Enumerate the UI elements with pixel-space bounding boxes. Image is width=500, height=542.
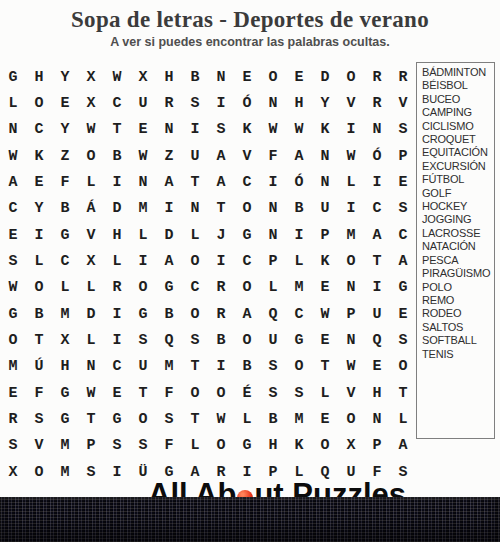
grid-cell[interactable]: L [78,169,104,195]
grid-cell[interactable]: N [312,169,338,195]
grid-cell[interactable]: T [130,380,156,406]
grid-cell[interactable]: O [130,406,156,432]
grid-cell[interactable]: W [260,117,286,143]
grid-cell[interactable]: N [364,406,390,432]
grid-cell[interactable]: A [156,248,182,274]
word-list-item: HOCKEY [422,200,494,213]
word-list-item: CROQUET [422,133,494,146]
grid-cell[interactable]: L [78,327,104,353]
grid-cell[interactable]: C [390,222,416,248]
grid-cell[interactable]: C [52,248,78,274]
word-list-item: NATACIÓN [422,240,494,253]
grid-cell[interactable]: S [390,196,416,222]
grid-cell[interactable]: H [104,222,130,248]
grid-cell[interactable]: Ó [234,90,260,116]
word-list-item: PESCA [422,254,494,267]
grid-cell[interactable]: L [52,275,78,301]
grid-cell[interactable]: K [286,433,312,459]
grid-cell[interactable]: E [390,169,416,195]
grid-cell[interactable]: A [156,169,182,195]
grid-cell[interactable]: R [0,406,26,432]
grid-cell[interactable]: G [286,327,312,353]
grid-cell[interactable]: Y [52,64,78,90]
grid-cell[interactable]: I [104,169,130,195]
grid-cell[interactable]: S [130,327,156,353]
grid-cell[interactable]: E [52,90,78,116]
grid-cell[interactable]: S [130,433,156,459]
grid-cell[interactable]: U [260,327,286,353]
grid-cell[interactable]: Z [52,143,78,169]
grid-cell[interactable]: B [234,354,260,380]
puzzle-page: Sopa de letras - Deportes de verano A ve… [0,0,500,542]
grid-cell[interactable]: N [260,222,286,248]
grid-cell[interactable]: O [26,459,52,485]
grid-cell[interactable]: O [182,248,208,274]
grid-cell[interactable]: D [104,196,130,222]
grid-cell[interactable]: A [234,301,260,327]
grid-cell[interactable]: M [286,406,312,432]
grid-cell[interactable]: B [26,301,52,327]
grid-cell[interactable]: E [312,406,338,432]
grid-cell[interactable]: A [286,143,312,169]
grid-cell[interactable]: R [208,275,234,301]
grid-cell[interactable]: S [390,327,416,353]
grid-cell[interactable]: L [26,248,52,274]
grid-cell[interactable]: W [104,64,130,90]
grid-cell[interactable]: N [338,275,364,301]
word-list-item: SOFTBALL [422,334,494,347]
grid-cell[interactable]: X [338,433,364,459]
grid-cell[interactable]: N [208,64,234,90]
grid-cell[interactable]: U [364,301,390,327]
grid-cell[interactable]: W [130,143,156,169]
grid-cell[interactable]: O [338,406,364,432]
grid-cell[interactable]: H [26,64,52,90]
grid-cell[interactable]: P [312,222,338,248]
grid-cell[interactable]: M [338,222,364,248]
grid-cell[interactable]: T [182,406,208,432]
grid-cell[interactable]: W [0,143,26,169]
grid-cell[interactable]: E [130,117,156,143]
grid-cell[interactable]: W [78,117,104,143]
grid-cell[interactable]: V [390,90,416,116]
grid-cell[interactable]: M [0,354,26,380]
grid-cell[interactable]: W [0,275,26,301]
word-list-item: TENIS [422,348,494,361]
grid-cell[interactable]: I [364,275,390,301]
grid-cell[interactable]: W [338,143,364,169]
grid-cell[interactable]: P [260,248,286,274]
grid-cell[interactable]: B [208,327,234,353]
grid-cell[interactable]: Ó [364,143,390,169]
grid-cell[interactable]: X [0,459,26,485]
word-list-item: REMO [422,294,494,307]
grid-cell[interactable]: O [182,380,208,406]
grid-cell[interactable]: F [260,143,286,169]
grid-cell[interactable]: W [208,406,234,432]
grid-cell[interactable]: G [0,301,26,327]
grid-cell[interactable]: S [260,380,286,406]
grid-cell[interactable]: Y [26,196,52,222]
grid-cell[interactable]: N [182,196,208,222]
grid-cell[interactable]: C [182,275,208,301]
grid-cell[interactable]: V [338,90,364,116]
word-list-item: GOLF [422,187,494,200]
grid-cell[interactable]: C [234,248,260,274]
grid-cell[interactable]: E [0,222,26,248]
grid-cell[interactable]: T [364,248,390,274]
grid-cell[interactable]: I [208,248,234,274]
grid-cell[interactable]: A [364,222,390,248]
grid-cell[interactable]: G [390,275,416,301]
grid-cell[interactable]: S [0,433,26,459]
grid-cell[interactable]: A [208,169,234,195]
grid-cell[interactable]: R [364,90,390,116]
grid-cell[interactable]: I [26,222,52,248]
grid-cell[interactable]: L [312,380,338,406]
word-list-item: BÉISBOL [422,79,494,92]
grid-cell[interactable]: W [78,380,104,406]
grid-cell[interactable]: I [104,301,130,327]
grid-cell[interactable]: Y [312,90,338,116]
grid-cell[interactable]: N [338,327,364,353]
grid-cell[interactable]: P [364,433,390,459]
word-list-item: BÁDMINTON [422,66,494,79]
letter-grid: GHYXWXHBNEOEDORRLOEXCURSIÓNHYVRVNCYWTENI… [0,64,416,486]
grid-cell[interactable]: M [52,433,78,459]
grid-cell[interactable]: Ú [26,354,52,380]
grid-cell[interactable]: F [156,380,182,406]
grid-cell[interactable]: E [312,327,338,353]
grid-cell[interactable]: X [78,248,104,274]
grid-cell[interactable]: I [104,459,130,485]
grid-cell[interactable]: D [78,301,104,327]
grid-cell[interactable]: F [156,433,182,459]
grid-cell[interactable]: T [208,196,234,222]
grid-cell[interactable]: S [260,354,286,380]
grid-cell[interactable]: I [286,222,312,248]
grid-cell[interactable]: G [0,64,26,90]
grid-cell[interactable]: T [104,117,130,143]
grid-cell[interactable]: W [338,354,364,380]
grid-cell[interactable]: L [260,275,286,301]
grid-cell[interactable]: J [208,222,234,248]
grid-cell[interactable]: O [286,354,312,380]
grid-cell[interactable]: B [52,196,78,222]
grid-cell[interactable]: L [130,222,156,248]
grid-cell[interactable]: I [182,117,208,143]
grid-cell[interactable]: O [130,275,156,301]
grid-cell[interactable]: I [338,117,364,143]
grid-cell[interactable]: N [312,143,338,169]
grid-cell[interactable]: L [0,90,26,116]
grid-cell[interactable]: E [286,64,312,90]
grid-cell[interactable]: T [182,169,208,195]
grid-cell[interactable]: S [182,327,208,353]
grid-cell[interactable]: B [260,406,286,432]
grid-cell[interactable]: D [312,64,338,90]
grid-cell[interactable]: X [78,90,104,116]
grid-cell[interactable]: M [52,301,78,327]
word-list-item: LACROSSE [422,227,494,240]
grid-cell[interactable]: O [0,327,26,353]
grid-cell[interactable]: L [390,406,416,432]
grid-cell[interactable]: T [26,327,52,353]
grid-cell[interactable]: I [364,169,390,195]
grid-cell[interactable]: I [208,90,234,116]
grid-cell[interactable]: N [364,117,390,143]
grid-cell[interactable]: T [182,354,208,380]
grid-cell[interactable]: K [26,143,52,169]
grid-cell[interactable]: T [78,406,104,432]
grid-cell[interactable]: C [0,196,26,222]
grid-cell[interactable]: U [312,196,338,222]
grid-cell[interactable]: H [364,380,390,406]
grid-cell[interactable]: G [52,222,78,248]
grid-cell[interactable]: A [0,169,26,195]
grid-cell[interactable]: N [0,117,26,143]
grid-cell[interactable]: L [286,248,312,274]
grid-cell[interactable]: G [234,433,260,459]
word-list-item: SALTOS [422,321,494,334]
grid-cell[interactable]: L [78,275,104,301]
grid-cell[interactable]: E [312,275,338,301]
grid-cell[interactable]: R [208,301,234,327]
grid-cell[interactable]: R [364,64,390,90]
grid-cell[interactable]: A [390,433,416,459]
grid-cell[interactable]: H [52,354,78,380]
word-list-item: EQUITACIÓN [422,146,494,159]
grid-cell[interactable]: O [208,380,234,406]
grid-cell[interactable]: B [156,301,182,327]
grid-cell[interactable]: P [390,143,416,169]
word-list: BÁDMINTONBÉISBOLBUCEOCAMPINGCICLISMOCROQ… [416,62,495,439]
grid-cell[interactable]: O [338,64,364,90]
grid-cell[interactable]: U [130,354,156,380]
grid-cell[interactable]: O [182,301,208,327]
grid-cell[interactable]: É [234,380,260,406]
grid-cell[interactable]: S [156,406,182,432]
grid-cell[interactable]: N [260,90,286,116]
grid-cell[interactable]: S [208,117,234,143]
grid-cell[interactable]: I [156,196,182,222]
grid-cell[interactable]: A [390,248,416,274]
grid-cell[interactable]: S [182,90,208,116]
grid-cell[interactable]: C [104,90,130,116]
grid-cell[interactable]: U [130,90,156,116]
puzzle-subtitle: A ver si puedes encontrar las palabras o… [0,35,500,49]
grid-cell[interactable]: O [234,327,260,353]
grid-cell[interactable]: M [52,459,78,485]
grid-cell[interactable]: E [26,169,52,195]
grid-cell[interactable]: O [26,90,52,116]
grid-cell[interactable]: B [104,143,130,169]
grid-cell[interactable]: S [286,380,312,406]
grid-cell[interactable]: O [390,354,416,380]
grid-cell[interactable]: M [156,354,182,380]
grid-cell[interactable]: V [78,222,104,248]
grid-cell[interactable]: L [234,406,260,432]
grid-cell[interactable]: O [78,143,104,169]
grid-cell[interactable]: E [364,354,390,380]
grid-cell[interactable]: O [234,196,260,222]
grid-cell[interactable]: O [234,275,260,301]
grid-cell[interactable]: O [312,433,338,459]
grid-cell[interactable]: S [390,117,416,143]
grid-cell[interactable]: T [312,354,338,380]
grid-cell[interactable]: N [78,354,104,380]
word-list-item: PIRAGÜISMO [422,267,494,280]
grid-cell[interactable]: W [286,117,312,143]
grid-cell[interactable]: T [390,380,416,406]
grid-cell[interactable]: N [130,169,156,195]
grid-cell[interactable]: H [286,90,312,116]
grid-cell[interactable]: F [26,380,52,406]
grid-cell[interactable]: G [156,275,182,301]
grid-cell[interactable]: P [338,301,364,327]
grid-cell[interactable]: N [260,196,286,222]
word-list-item: BUCEO [422,93,494,106]
grid-cell[interactable]: K [312,248,338,274]
grid-cell[interactable]: H [260,433,286,459]
grid-cell[interactable]: R [104,275,130,301]
word-list-item: POLO [422,281,494,294]
grid-cell[interactable]: O [260,64,286,90]
grid-cell[interactable]: C [234,169,260,195]
grid-cell[interactable]: M [286,275,312,301]
word-list-item: EXCURSIÓN [422,160,494,173]
grid-cell[interactable]: I [208,354,234,380]
grid-cell[interactable]: Q [260,301,286,327]
grid-cell[interactable]: K [234,117,260,143]
grid-cell[interactable]: L [104,248,130,274]
grid-cell[interactable]: L [338,169,364,195]
grid-cell[interactable]: B [286,196,312,222]
word-list-item: JOGGING [422,213,494,226]
grid-cell[interactable]: I [338,196,364,222]
grid-cell[interactable]: S [26,406,52,432]
grid-cell[interactable]: C [286,301,312,327]
puzzle-title: Sopa de letras - Deportes de verano [0,7,500,33]
grid-cell[interactable]: V [338,380,364,406]
grid-cell[interactable]: Ó [286,169,312,195]
grid-cell[interactable]: O [208,433,234,459]
grid-cell[interactable]: V [26,433,52,459]
grid-cell[interactable]: O [338,248,364,274]
word-list-item: CICLISMO [422,120,494,133]
grid-cell[interactable]: E [390,301,416,327]
grid-cell[interactable]: Q [156,327,182,353]
grid-cell[interactable]: B [182,64,208,90]
grid-cell[interactable]: K [312,117,338,143]
grid-cell[interactable]: H [156,64,182,90]
word-list-item: CAMPING [422,106,494,119]
grid-cell[interactable]: L [182,222,208,248]
grid-cell[interactable]: S [78,459,104,485]
grid-cell[interactable]: R [156,90,182,116]
grid-cell[interactable]: G [104,406,130,432]
grid-cell[interactable]: S [104,433,130,459]
grid-cell[interactable]: E [104,380,130,406]
grid-cell[interactable]: G [234,222,260,248]
grid-cell[interactable]: P [78,433,104,459]
grid-cell[interactable]: G [52,380,78,406]
grid-cell[interactable]: G [52,406,78,432]
bottom-banner [0,497,500,542]
grid-cell[interactable]: M [130,196,156,222]
grid-cell[interactable]: R [390,64,416,90]
grid-cell[interactable]: G [130,301,156,327]
grid-cell[interactable]: Á [78,196,104,222]
grid-cell[interactable]: X [52,327,78,353]
grid-cell[interactable]: F [52,169,78,195]
grid-cell[interactable]: A [208,143,234,169]
grid-cell[interactable]: V [234,143,260,169]
grid-cell[interactable]: X [78,64,104,90]
grid-cell[interactable]: Z [156,143,182,169]
grid-cell[interactable]: E [234,64,260,90]
grid-cell[interactable]: U [182,143,208,169]
grid-cell[interactable]: N [156,117,182,143]
grid-cell[interactable]: E [0,380,26,406]
grid-cell[interactable]: X [130,64,156,90]
grid-cell[interactable]: C [364,196,390,222]
word-list-item: RODEO [422,307,494,320]
grid-cell[interactable]: S [0,248,26,274]
grid-cell[interactable]: O [26,275,52,301]
grid-cell[interactable]: C [104,354,130,380]
grid-cell[interactable]: Q [364,327,390,353]
grid-cell[interactable]: W [312,301,338,327]
grid-cell[interactable]: D [156,222,182,248]
grid-cell[interactable]: C [26,117,52,143]
grid-cell[interactable]: Y [52,117,78,143]
grid-cell[interactable]: I [260,169,286,195]
word-list-item: FÚTBOL [422,173,494,186]
grid-cell[interactable]: I [130,248,156,274]
grid-cell[interactable]: I [104,327,130,353]
grid-cell[interactable]: L [182,433,208,459]
